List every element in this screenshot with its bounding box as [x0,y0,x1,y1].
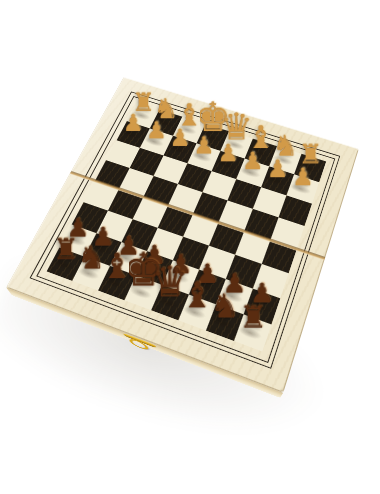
light-pawn[interactable]: ♟ [167,122,193,149]
light-pawn[interactable]: ♟ [144,115,169,142]
light-pawn[interactable]: ♟ [240,145,266,173]
dark-knight[interactable]: ♞ [210,285,240,322]
light-pawn[interactable]: ♟ [121,107,146,134]
photo-scene: ♜♞♝♚♛♝♞♜♟♟♟♟♟♟♟♟♟♟♟♟♟♟♟♟♜♞♝♚♛♝♞♜ [0,0,380,494]
light-pawn[interactable]: ♟ [215,137,241,165]
light-pawn[interactable]: ♟ [191,129,217,157]
light-pawn[interactable]: ♟ [290,160,316,188]
dark-rook[interactable]: ♜ [52,231,80,264]
dark-bishop[interactable]: ♝ [183,272,212,312]
dark-rook[interactable]: ♜ [238,298,268,333]
light-pawn[interactable]: ♟ [265,153,291,181]
